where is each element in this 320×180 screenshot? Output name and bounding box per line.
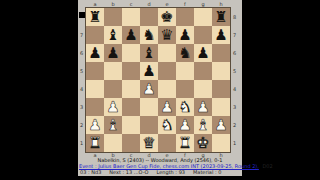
square-f6: ♞ [176, 44, 194, 62]
side-to-move-indicator [79, 12, 85, 18]
square-g4 [194, 80, 212, 98]
square-h8: ♜ [212, 8, 230, 26]
square-a1: ♜ [86, 134, 104, 152]
square-f5 [176, 62, 194, 80]
piece-bP-b6: ♟ [106, 44, 119, 62]
piece-wQ-d1: ♛ [142, 134, 155, 152]
square-d2 [140, 116, 158, 134]
square-d3 [140, 98, 158, 116]
piece-bN-f6: ♞ [178, 44, 191, 62]
square-f1: ♜ [176, 134, 194, 152]
eco-code: D02 [262, 163, 272, 169]
status-move: 03 : Nd3 [80, 169, 101, 175]
coord-label-4: 4 [231, 80, 238, 98]
square-e6 [158, 44, 176, 62]
square-a4 [86, 80, 104, 98]
piece-bK-e8: ♚ [160, 8, 173, 26]
piece-wP-h2: ♟ [214, 116, 227, 134]
square-f7: ♟ [176, 26, 194, 44]
square-d8 [140, 8, 158, 26]
piece-wP-g3: ♟ [196, 98, 209, 116]
status-next: Next : 13 ...O-O [109, 169, 148, 175]
square-g3: ♟ [194, 98, 212, 116]
square-f8 [176, 8, 194, 26]
coord-label-1: 1 [78, 134, 85, 152]
square-d6: ♝ [140, 44, 158, 62]
square-a5 [86, 62, 104, 80]
coord-label-f: f [176, 0, 194, 8]
square-b4 [104, 80, 122, 98]
coord-label-1: 1 [231, 134, 238, 152]
rank-labels-left: 7654321 [78, 8, 85, 152]
piece-bP-f7: ♟ [178, 26, 191, 44]
piece-bP-h7: ♟ [214, 26, 227, 44]
square-d7: ♞ [140, 26, 158, 44]
coord-label-7: 7 [78, 26, 85, 44]
square-c4 [122, 80, 140, 98]
square-h5 [212, 62, 230, 80]
square-f3: ♞ [176, 98, 194, 116]
status-material: Material : 0 [193, 169, 221, 175]
piece-wP-f2: ♟ [178, 116, 191, 134]
square-d5: ♟ [140, 62, 158, 80]
coord-label-5: 5 [231, 62, 238, 80]
square-h3 [212, 98, 230, 116]
square-h1 [212, 134, 230, 152]
coord-label-c: c [122, 0, 140, 8]
square-c8 [122, 8, 140, 26]
square-a6: ♟ [86, 44, 104, 62]
coord-label-e: e [158, 0, 176, 8]
coord-label-b: b [104, 0, 122, 8]
square-e4 [158, 80, 176, 98]
square-e2: ♞ [158, 116, 176, 134]
coord-label-8: 8 [231, 8, 238, 26]
square-b3: ♟ [104, 98, 122, 116]
square-f4 [176, 80, 194, 98]
piece-bP-c7: ♟ [124, 26, 137, 44]
coord-label-a: a [86, 0, 104, 8]
square-g8 [194, 8, 212, 26]
coord-label-2: 2 [231, 116, 238, 134]
coord-label-6: 6 [78, 44, 85, 62]
piece-bR-h8: ♜ [214, 8, 227, 26]
piece-wP-d4: ♟ [142, 80, 155, 98]
square-b5 [104, 62, 122, 80]
board: ♜♚♜♝♟♞♛♟♟♟♟♝♞♟♟♟♟♟♞♟♟♝♞♟♝♟♜♛♜♚ [86, 8, 230, 152]
piece-bP-d5: ♟ [142, 62, 155, 80]
square-e7: ♛ [158, 26, 176, 44]
coord-label-g: g [194, 0, 212, 8]
square-c2 [122, 116, 140, 134]
coord-label-h: h [212, 0, 230, 8]
square-g2: ♝ [194, 116, 212, 134]
piece-wB-b2: ♝ [106, 116, 119, 134]
piece-wB-g2: ♝ [196, 116, 209, 134]
square-a3 [86, 98, 104, 116]
letterbox-right [242, 0, 320, 180]
coord-label-d: d [140, 0, 158, 8]
square-g1: ♚ [194, 134, 212, 152]
square-b6: ♟ [104, 44, 122, 62]
coord-label-4: 4 [78, 80, 85, 98]
piece-wN-f3: ♞ [178, 98, 191, 116]
coord-label-7: 7 [231, 26, 238, 44]
piece-bN-d7: ♞ [142, 26, 155, 44]
square-c3 [122, 98, 140, 116]
square-a2: ♟ [86, 116, 104, 134]
piece-bR-a8: ♜ [88, 8, 101, 26]
rank-labels-right: 87654321 [231, 8, 238, 152]
piece-wR-a1: ♜ [88, 134, 101, 152]
square-f2: ♟ [176, 116, 194, 134]
coord-label-6: 6 [231, 44, 238, 62]
coord-label-2: 2 [78, 116, 85, 134]
square-b2: ♝ [104, 116, 122, 134]
square-a8: ♜ [86, 8, 104, 26]
square-h2: ♟ [212, 116, 230, 134]
square-d4: ♟ [140, 80, 158, 98]
square-e1 [158, 134, 176, 152]
square-b7: ♝ [104, 26, 122, 44]
square-g6: ♟ [194, 44, 212, 62]
piece-wN-e2: ♞ [160, 116, 173, 134]
square-h6 [212, 44, 230, 62]
file-labels-top: abcdefgh [86, 0, 230, 8]
square-a7 [86, 26, 104, 44]
square-e8: ♚ [158, 8, 176, 26]
piece-bP-a6: ♟ [88, 44, 101, 62]
coord-label-3: 3 [78, 98, 85, 116]
square-c6 [122, 44, 140, 62]
piece-bB-b7: ♝ [106, 26, 119, 44]
square-c5 [122, 62, 140, 80]
piece-wK-g1: ♚ [196, 134, 209, 152]
piece-bB-d6: ♝ [142, 44, 155, 62]
square-d1: ♛ [140, 134, 158, 152]
piece-wR-f1: ♜ [178, 134, 191, 152]
piece-bP-g6: ♟ [196, 44, 209, 62]
status-length: Length : 93 [157, 169, 185, 175]
piece-wP-a2: ♟ [88, 116, 101, 134]
piece-wP-b3: ♟ [106, 98, 119, 116]
square-c1 [122, 134, 140, 152]
square-h4 [212, 80, 230, 98]
coord-label-5: 5 [78, 62, 85, 80]
square-g5 [194, 62, 212, 80]
square-b8 [104, 8, 122, 26]
square-e3: ♟ [158, 98, 176, 116]
status-caption: 03 : Nd3 Next : 13 ...O-O Length : 93 Ma… [80, 169, 242, 175]
coord-label-3: 3 [231, 98, 238, 116]
chess-panel: abcdefgh 7654321 87654321 abcdefgh ♜♚♜♝♟… [78, 0, 242, 176]
piece-bQ-e7: ♛ [160, 26, 173, 44]
square-c7: ♟ [122, 26, 140, 44]
square-g7 [194, 26, 212, 44]
piece-wP-e3: ♟ [160, 98, 173, 116]
letterbox-left [0, 0, 78, 180]
square-b1 [104, 134, 122, 152]
video-frame: abcdefgh 7654321 87654321 abcdefgh ♜♚♜♝♟… [0, 0, 320, 180]
square-e5 [158, 62, 176, 80]
square-h7: ♟ [212, 26, 230, 44]
